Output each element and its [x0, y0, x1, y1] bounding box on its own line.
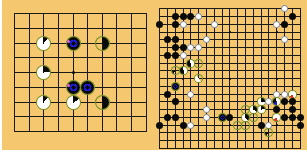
grid-line-horizontal: [159, 140, 300, 141]
star-point: [182, 31, 184, 33]
black-stone: [273, 106, 280, 113]
analysis-circle: [234, 122, 241, 129]
star-point: [72, 71, 75, 74]
black-stone: [289, 13, 296, 20]
black-stone-blue-ring: [219, 114, 226, 121]
black-stone: [172, 13, 179, 20]
star-point: [229, 78, 231, 80]
black-stone: [164, 36, 171, 43]
white-stone: [281, 36, 288, 43]
screenshot-root: [0, 0, 307, 150]
grid-line-horizontal: [159, 86, 300, 87]
black-stone: [172, 36, 179, 43]
black-stone: [164, 114, 171, 121]
pink-mark: [67, 40, 70, 43]
black-stone: [172, 21, 179, 28]
black-stone-blue-ring: [172, 83, 179, 90]
black-stone: [180, 13, 187, 20]
white-pie-stone: [242, 114, 249, 121]
white-stone: [273, 21, 280, 28]
analysis-circle: [195, 60, 202, 67]
black-stone: [226, 114, 233, 121]
white-stone: [211, 21, 218, 28]
grid-line-horizontal: [159, 8, 300, 9]
star-point: [276, 124, 278, 126]
right-game-board[interactable]: [159, 8, 300, 149]
white-stone: [195, 13, 202, 20]
blue-white-pie: [273, 98, 280, 105]
black-white-pie: [180, 67, 187, 74]
white-stone: [195, 44, 202, 51]
white-stone: [203, 114, 210, 121]
white-stone: [281, 91, 288, 98]
white-stone: [187, 44, 194, 51]
white-stone: [203, 36, 210, 43]
white-stone: [265, 98, 272, 105]
white-pie-stone: [258, 98, 265, 105]
black-stone: [156, 21, 163, 28]
grid-line-horizontal: [14, 57, 147, 58]
grid-line-horizontal: [14, 131, 147, 132]
black-stone: [172, 44, 179, 51]
half-black-pie: [96, 96, 109, 109]
black-stone: [156, 122, 163, 129]
red-white-pie: [289, 91, 296, 98]
analysis-circle: [242, 106, 249, 113]
white-pie-stone: [37, 37, 50, 50]
white-stone: [281, 5, 288, 12]
black-stone: [258, 122, 265, 129]
star-point: [182, 78, 184, 80]
black-stone-blue-ring: [81, 81, 94, 94]
white-stone: [273, 91, 280, 98]
black-stone: [289, 98, 296, 105]
grid-line-horizontal: [14, 72, 147, 73]
black-stone: [164, 52, 171, 59]
white-pie-stone: [67, 96, 80, 109]
half-black-pie: [96, 37, 109, 50]
black-stone: [281, 98, 288, 105]
white-stone: [265, 122, 272, 129]
pink-mark: [67, 84, 70, 87]
grid-line-horizontal: [14, 13, 147, 14]
analysis-circle: [250, 114, 257, 121]
white-pie-stone: [37, 66, 50, 79]
black-stone-blue-ring: [67, 37, 80, 50]
grid-line-horizontal: [14, 43, 147, 44]
grid-line-horizontal: [14, 28, 147, 29]
grid-line-horizontal: [14, 102, 147, 103]
black-stone: [172, 98, 179, 105]
white-pie-stone: [250, 106, 257, 113]
black-stone: [281, 114, 288, 121]
analysis-circle: [242, 122, 249, 129]
white-stone: [180, 52, 187, 59]
white-stone: [187, 91, 194, 98]
black-stone: [187, 13, 194, 20]
black-stone: [289, 114, 296, 121]
analysis-circle-wedge: [172, 67, 179, 74]
grid-line-horizontal: [159, 132, 300, 133]
white-stone: [203, 106, 210, 113]
left-edge-strip: [0, 0, 2, 150]
star-point: [276, 78, 278, 80]
grid-line-horizontal: [159, 63, 300, 64]
white-pie-stone: [37, 96, 50, 109]
black-stone: [172, 52, 179, 59]
red-white-pie: [273, 114, 280, 121]
black-stone-blue-ring: [67, 81, 80, 94]
left-analysis-board[interactable]: [14, 13, 147, 132]
star-point: [229, 124, 231, 126]
black-stone: [164, 91, 171, 98]
white-stone: [180, 21, 187, 28]
black-stone: [297, 122, 304, 129]
grid-line-horizontal: [14, 116, 147, 117]
white-pie-stone: [258, 106, 265, 113]
analysis-circle-wedge: [265, 129, 272, 136]
black-stone: [281, 21, 288, 28]
white-half-pie: [195, 75, 202, 82]
grid-line-horizontal: [159, 148, 300, 149]
star-point: [229, 31, 231, 33]
grid-line-horizontal: [159, 39, 300, 40]
black-stone: [180, 44, 187, 51]
black-stone: [289, 106, 296, 113]
black-stone: [180, 122, 187, 129]
star-point: [276, 31, 278, 33]
black-white-pie: [187, 60, 194, 67]
black-stone: [172, 114, 179, 121]
white-stone: [187, 122, 194, 129]
black-stone: [297, 114, 304, 121]
